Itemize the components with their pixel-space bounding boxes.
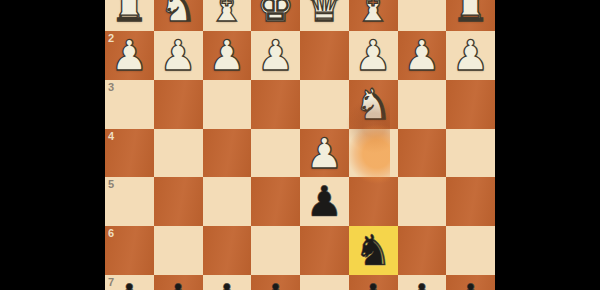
square-f7[interactable]: ♟ (203, 275, 252, 290)
letterbox-right-bar (495, 0, 600, 290)
square-h5[interactable]: 5 (105, 177, 154, 226)
square-c2[interactable]: ♟ (349, 31, 398, 80)
square-b2[interactable]: ♟ (398, 31, 447, 80)
square-d7[interactable] (300, 275, 349, 290)
square-e2[interactable]: ♟ (251, 31, 300, 80)
square-g3[interactable] (154, 80, 203, 129)
white-pawn[interactable]: ♟ (203, 32, 252, 81)
square-c1[interactable]: ♝ (349, 0, 398, 31)
square-c4[interactable] (349, 129, 398, 178)
square-b6[interactable] (398, 226, 447, 275)
square-a4[interactable] (446, 129, 495, 178)
square-d3[interactable] (300, 80, 349, 129)
white-knight[interactable]: ♞ (349, 81, 398, 130)
square-g6[interactable] (154, 226, 203, 275)
square-f3[interactable] (203, 80, 252, 129)
rank-label-3: 3 (108, 81, 114, 93)
square-a6[interactable] (446, 226, 495, 275)
square-h3[interactable]: 3 (105, 80, 154, 129)
black-pawn[interactable]: ♟ (398, 276, 447, 290)
square-e3[interactable] (251, 80, 300, 129)
square-d2[interactable] (300, 31, 349, 80)
black-pawn[interactable]: ♟ (349, 276, 398, 290)
white-pawn[interactable]: ♟ (349, 32, 398, 81)
square-h4[interactable]: 4 (105, 129, 154, 178)
white-knight[interactable]: ♞ (154, 0, 203, 32)
black-pawn[interactable]: ♟ (251, 276, 300, 290)
square-d5[interactable]: ♟ (300, 177, 349, 226)
chess-board: ♜♞♝♚♛♝♜2♟♟♟♟♟♟♟3♞4♟5♟6♞7♟♟♟♟♟♟♟ (105, 0, 495, 290)
black-pawn[interactable]: ♟ (446, 276, 495, 290)
square-f5[interactable] (203, 177, 252, 226)
square-b1[interactable] (398, 0, 447, 31)
white-bishop[interactable]: ♝ (349, 0, 398, 32)
white-pawn[interactable]: ♟ (398, 32, 447, 81)
square-e7[interactable]: ♟ (251, 275, 300, 290)
square-d6[interactable] (300, 226, 349, 275)
square-a5[interactable] (446, 177, 495, 226)
square-g1[interactable]: ♞ (154, 0, 203, 31)
square-c7[interactable]: ♟ (349, 275, 398, 290)
black-pawn[interactable]: ♟ (300, 178, 349, 227)
square-f1[interactable]: ♝ (203, 0, 252, 31)
square-f2[interactable]: ♟ (203, 31, 252, 80)
white-pawn[interactable]: ♟ (446, 32, 495, 81)
black-pawn[interactable]: ♟ (154, 276, 203, 290)
square-a3[interactable] (446, 80, 495, 129)
rank-label-5: 5 (108, 178, 114, 190)
black-pawn[interactable]: ♟ (105, 276, 154, 290)
square-e6[interactable] (251, 226, 300, 275)
rank-label-6: 6 (108, 227, 114, 239)
white-king[interactable]: ♚ (251, 0, 300, 32)
square-b5[interactable] (398, 177, 447, 226)
square-d4[interactable]: ♟ (300, 129, 349, 178)
black-knight[interactable]: ♞ (349, 227, 398, 276)
square-a7[interactable]: ♟ (446, 275, 495, 290)
letterbox-left-bar (0, 0, 105, 290)
white-pawn[interactable]: ♟ (154, 32, 203, 81)
square-e1[interactable]: ♚ (251, 0, 300, 31)
square-h1[interactable]: ♜ (105, 0, 154, 31)
rank-label-4: 4 (108, 130, 114, 142)
square-c6[interactable]: ♞ (349, 226, 398, 275)
square-h7[interactable]: 7♟ (105, 275, 154, 290)
white-pawn[interactable]: ♟ (105, 32, 154, 81)
white-pawn[interactable]: ♟ (251, 32, 300, 81)
square-b4[interactable] (398, 129, 447, 178)
square-a1[interactable]: ♜ (446, 0, 495, 31)
white-rook[interactable]: ♜ (105, 0, 154, 32)
square-c3[interactable]: ♞ (349, 80, 398, 129)
square-e4[interactable] (251, 129, 300, 178)
white-bishop[interactable]: ♝ (203, 0, 252, 32)
square-c5[interactable] (349, 177, 398, 226)
square-f4[interactable] (203, 129, 252, 178)
video-frame: ♜♞♝♚♛♝♜2♟♟♟♟♟♟♟3♞4♟5♟6♞7♟♟♟♟♟♟♟ (0, 0, 600, 290)
square-h6[interactable]: 6 (105, 226, 154, 275)
square-b7[interactable]: ♟ (398, 275, 447, 290)
square-f6[interactable] (203, 226, 252, 275)
square-g7[interactable]: ♟ (154, 275, 203, 290)
square-b3[interactable] (398, 80, 447, 129)
white-rook[interactable]: ♜ (446, 0, 495, 32)
square-d1[interactable]: ♛ (300, 0, 349, 31)
square-g2[interactable]: ♟ (154, 31, 203, 80)
white-queen[interactable]: ♛ (300, 0, 349, 32)
square-a2[interactable]: ♟ (446, 31, 495, 80)
square-e5[interactable] (251, 177, 300, 226)
black-pawn[interactable]: ♟ (203, 276, 252, 290)
square-g4[interactable] (154, 129, 203, 178)
square-h2[interactable]: 2♟ (105, 31, 154, 80)
square-g5[interactable] (154, 177, 203, 226)
white-pawn[interactable]: ♟ (300, 130, 349, 179)
